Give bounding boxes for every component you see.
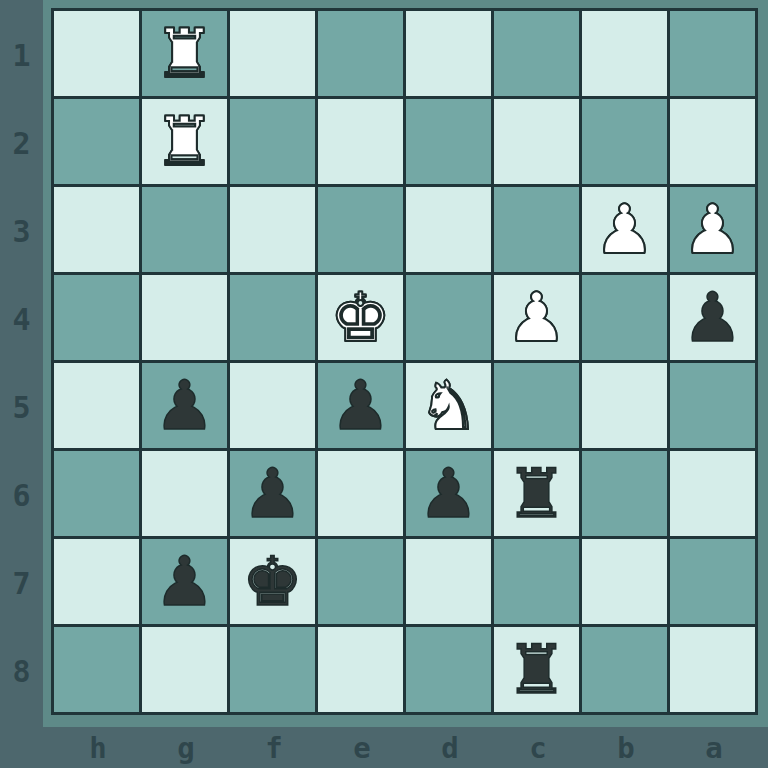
- rank-label-5: 5: [0, 363, 43, 451]
- square-e8[interactable]: [318, 627, 403, 712]
- chess-diagram: ♜♜♟♟♚♟♟♟♟♞♟♟♜♟♚♜ 12345678 hgfedcba: [0, 0, 768, 768]
- square-b1[interactable]: [582, 11, 667, 96]
- file-label-e: e: [318, 727, 406, 768]
- square-d1[interactable]: [406, 11, 491, 96]
- square-b2[interactable]: [582, 99, 667, 184]
- square-f7[interactable]: ♚: [230, 539, 315, 624]
- square-a5[interactable]: [670, 363, 755, 448]
- square-c4[interactable]: ♟: [494, 275, 579, 360]
- square-g7[interactable]: ♟: [142, 539, 227, 624]
- square-c3[interactable]: [494, 187, 579, 272]
- square-g5[interactable]: ♟: [142, 363, 227, 448]
- rank-label-6: 6: [0, 451, 43, 539]
- file-label-b: b: [582, 727, 670, 768]
- square-a6[interactable]: [670, 451, 755, 536]
- square-f3[interactable]: [230, 187, 315, 272]
- square-e3[interactable]: [318, 187, 403, 272]
- square-h8[interactable]: [54, 627, 139, 712]
- square-h3[interactable]: [54, 187, 139, 272]
- white-knight[interactable]: ♞: [418, 363, 479, 448]
- square-a2[interactable]: [670, 99, 755, 184]
- square-d7[interactable]: [406, 539, 491, 624]
- black-rook[interactable]: ♜: [506, 451, 567, 536]
- black-pawn[interactable]: ♟: [242, 451, 303, 536]
- square-d2[interactable]: [406, 99, 491, 184]
- rank-label-1: 1: [0, 11, 43, 99]
- square-c8[interactable]: ♜: [494, 627, 579, 712]
- square-b7[interactable]: [582, 539, 667, 624]
- file-label-g: g: [142, 727, 230, 768]
- white-pawn[interactable]: ♟: [594, 187, 655, 272]
- square-d6[interactable]: ♟: [406, 451, 491, 536]
- square-h2[interactable]: [54, 99, 139, 184]
- square-f1[interactable]: [230, 11, 315, 96]
- square-e1[interactable]: [318, 11, 403, 96]
- rank-label-7: 7: [0, 539, 43, 627]
- square-c7[interactable]: [494, 539, 579, 624]
- square-g3[interactable]: [142, 187, 227, 272]
- white-king[interactable]: ♚: [330, 275, 391, 360]
- square-g8[interactable]: [142, 627, 227, 712]
- square-g6[interactable]: [142, 451, 227, 536]
- black-pawn[interactable]: ♟: [154, 363, 215, 448]
- black-pawn[interactable]: ♟: [330, 363, 391, 448]
- square-h1[interactable]: [54, 11, 139, 96]
- square-e5[interactable]: ♟: [318, 363, 403, 448]
- square-a3[interactable]: ♟: [670, 187, 755, 272]
- file-label-f: f: [230, 727, 318, 768]
- square-h7[interactable]: [54, 539, 139, 624]
- white-pawn[interactable]: ♟: [506, 275, 567, 360]
- square-e7[interactable]: [318, 539, 403, 624]
- square-e6[interactable]: [318, 451, 403, 536]
- black-pawn[interactable]: ♟: [154, 539, 215, 624]
- file-label-c: c: [494, 727, 582, 768]
- file-label-h: h: [54, 727, 142, 768]
- chess-board: ♜♜♟♟♚♟♟♟♟♞♟♟♜♟♚♜: [51, 8, 758, 715]
- square-d8[interactable]: [406, 627, 491, 712]
- square-g1[interactable]: ♜: [142, 11, 227, 96]
- square-f4[interactable]: [230, 275, 315, 360]
- square-e2[interactable]: [318, 99, 403, 184]
- square-c5[interactable]: [494, 363, 579, 448]
- rank-label-8: 8: [0, 627, 43, 715]
- square-c6[interactable]: ♜: [494, 451, 579, 536]
- square-e4[interactable]: ♚: [318, 275, 403, 360]
- square-a1[interactable]: [670, 11, 755, 96]
- rank-coordinates: 12345678: [0, 11, 43, 715]
- square-d5[interactable]: ♞: [406, 363, 491, 448]
- square-c2[interactable]: [494, 99, 579, 184]
- square-a7[interactable]: [670, 539, 755, 624]
- square-b3[interactable]: ♟: [582, 187, 667, 272]
- white-pawn[interactable]: ♟: [682, 187, 743, 272]
- square-a4[interactable]: ♟: [670, 275, 755, 360]
- square-c1[interactable]: [494, 11, 579, 96]
- white-rook[interactable]: ♜: [154, 11, 215, 96]
- square-f6[interactable]: ♟: [230, 451, 315, 536]
- file-coordinates: hgfedcba: [54, 727, 758, 768]
- white-rook[interactable]: ♜: [154, 99, 215, 184]
- square-g4[interactable]: [142, 275, 227, 360]
- square-b4[interactable]: [582, 275, 667, 360]
- black-king[interactable]: ♚: [242, 539, 303, 624]
- square-d3[interactable]: [406, 187, 491, 272]
- square-a8[interactable]: [670, 627, 755, 712]
- file-label-d: d: [406, 727, 494, 768]
- black-pawn[interactable]: ♟: [682, 275, 743, 360]
- square-h6[interactable]: [54, 451, 139, 536]
- square-b8[interactable]: [582, 627, 667, 712]
- square-f2[interactable]: [230, 99, 315, 184]
- square-d4[interactable]: [406, 275, 491, 360]
- black-rook[interactable]: ♜: [506, 627, 567, 712]
- square-h5[interactable]: [54, 363, 139, 448]
- black-pawn[interactable]: ♟: [418, 451, 479, 536]
- square-b6[interactable]: [582, 451, 667, 536]
- square-g2[interactable]: ♜: [142, 99, 227, 184]
- rank-label-4: 4: [0, 275, 43, 363]
- rank-label-3: 3: [0, 187, 43, 275]
- square-b5[interactable]: [582, 363, 667, 448]
- square-f8[interactable]: [230, 627, 315, 712]
- rank-label-2: 2: [0, 99, 43, 187]
- square-f5[interactable]: [230, 363, 315, 448]
- square-h4[interactable]: [54, 275, 139, 360]
- file-label-a: a: [670, 727, 758, 768]
